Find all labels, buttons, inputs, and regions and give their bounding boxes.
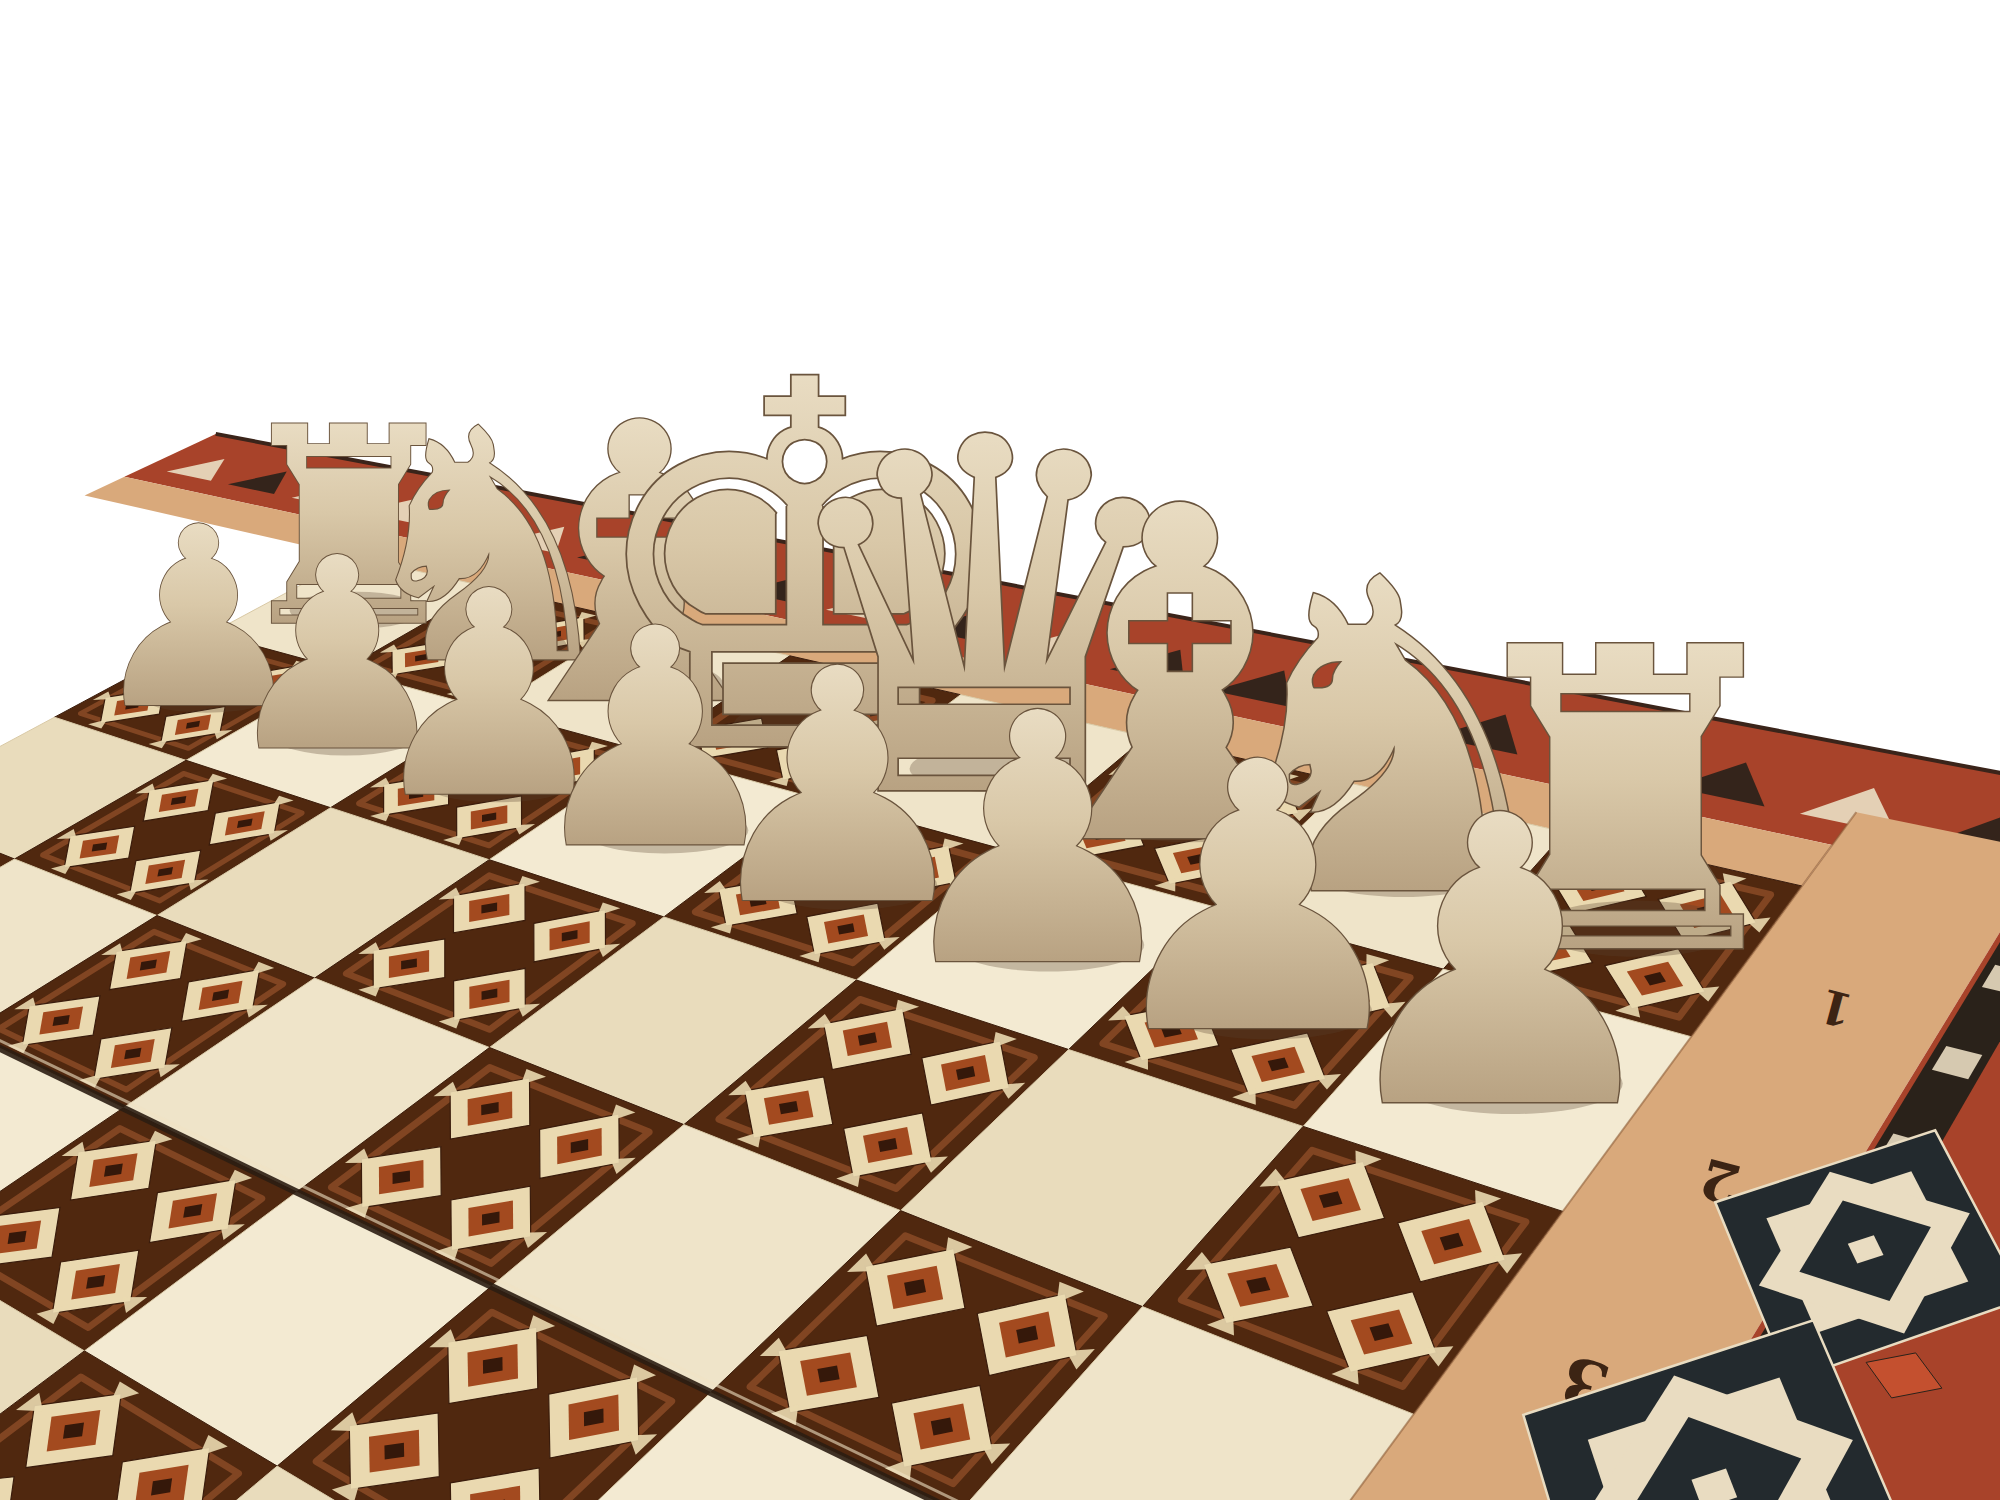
pawn-glyph: ♟ bbox=[1322, 733, 1679, 1196]
chess-set-photo: 123♜♞♝♟♚♟♛♟♝♟♞♟♜♟♟♟ bbox=[0, 0, 2000, 1500]
piece-white-pawn-a2: ♟ bbox=[1322, 733, 1679, 1196]
chessboard-scene: 123♜♞♝♟♚♟♛♟♝♟♞♟♜♟♟♟ bbox=[0, 0, 2000, 1500]
